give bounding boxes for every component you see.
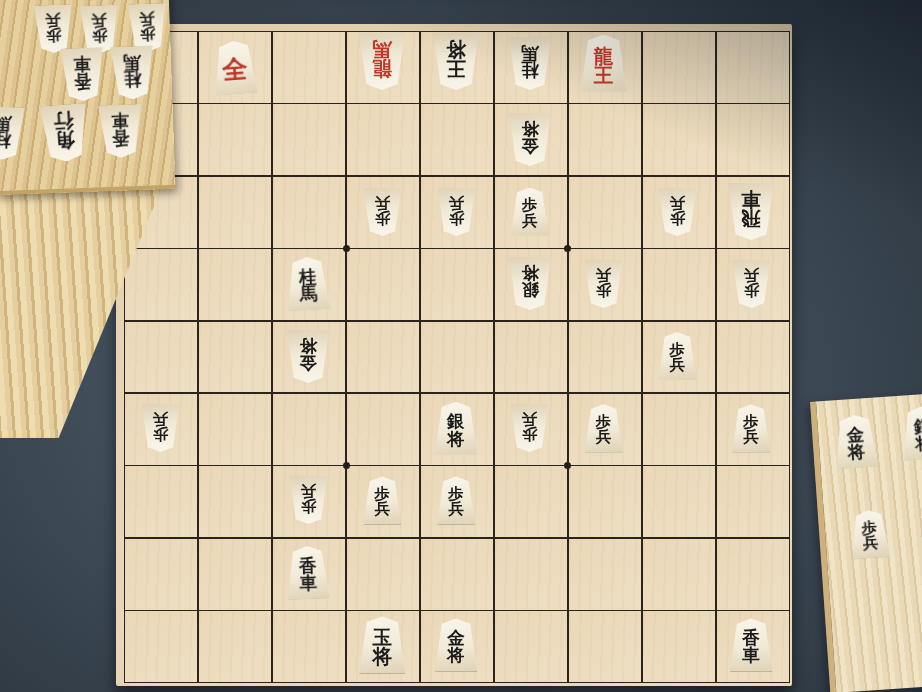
photo-scene: 全龍馬王将桂馬龍王金将歩兵歩兵歩兵歩兵飛車桂馬銀将歩兵歩兵金将歩兵歩兵銀将歩兵歩… [0, 0, 922, 692]
piece-kanji: 兵 [45, 11, 61, 27]
piece-captured-pawn[interactable]: 歩兵 [32, 4, 75, 53]
piece-kanji: 将 [300, 337, 318, 354]
piece-kanji: 王 [446, 59, 466, 78]
cell-85[interactable] [199, 322, 271, 393]
piece-face: 歩兵 [78, 5, 121, 54]
piece-kanji: 車 [73, 55, 91, 73]
piece-captured-pawn[interactable]: 歩兵 [126, 3, 169, 52]
cell-28[interactable] [643, 539, 715, 610]
piece-kanji: 歩 [743, 282, 759, 297]
cell-38[interactable] [569, 539, 641, 610]
piece-captured-lance[interactable]: 香車 [97, 104, 145, 159]
piece-kanji: 兵 [374, 194, 390, 209]
cell-65[interactable] [347, 322, 419, 393]
cell-79[interactable] [273, 611, 345, 682]
piece-kanji: 馬 [372, 40, 392, 59]
cell-95[interactable] [125, 322, 197, 393]
cell-26[interactable] [643, 394, 715, 465]
piece-kanji: 兵 [743, 267, 759, 282]
cell-33[interactable] [569, 177, 641, 248]
piece-kanji: 歩 [301, 498, 317, 513]
cell-49[interactable] [495, 611, 567, 682]
piece-kanji: 兵 [139, 10, 155, 26]
piece-kanji: 馬 [123, 53, 141, 71]
star-point [564, 462, 571, 469]
cell-22[interactable] [643, 104, 715, 175]
piece-captured-bishop[interactable]: 角行 [38, 103, 92, 163]
cell-68[interactable] [347, 539, 419, 610]
piece-captured-pawn[interactable]: 歩兵 [848, 509, 892, 560]
piece-kanji: 兵 [301, 483, 317, 498]
piece-kanji: 兵 [670, 358, 686, 373]
piece-kanji: 兵 [153, 411, 169, 426]
piece-face: 香車 [59, 47, 107, 102]
cell-21[interactable] [643, 32, 715, 103]
cell-76[interactable] [273, 394, 345, 465]
piece-kanji: 銀 [521, 281, 539, 298]
cell-55[interactable] [421, 322, 493, 393]
piece-face: 桂馬 [0, 106, 26, 161]
cell-98[interactable] [125, 539, 197, 610]
cell-45[interactable] [495, 322, 567, 393]
piece-kanji: 車 [741, 190, 761, 209]
piece-kanji: 将 [447, 647, 465, 664]
piece-face: 銀将 [899, 405, 922, 461]
cell-72[interactable] [273, 104, 345, 175]
piece-kanji: 兵 [596, 430, 612, 445]
cell-84[interactable] [199, 249, 271, 320]
piece-kanji: 車 [111, 111, 129, 129]
cell-17[interactable] [717, 466, 789, 537]
cell-29[interactable] [643, 611, 715, 682]
cell-58[interactable] [421, 539, 493, 610]
piece-kanji: 桂 [0, 131, 11, 149]
piece-kanji: 将 [915, 434, 922, 452]
piece-captured-gold[interactable]: 金将 [831, 413, 881, 469]
piece-kanji: 将 [521, 264, 539, 281]
piece-kanji: 兵 [522, 214, 538, 229]
cell-52[interactable] [421, 104, 493, 175]
piece-face: 香車 [97, 104, 145, 159]
cell-24[interactable] [643, 249, 715, 320]
cell-37[interactable] [569, 466, 641, 537]
piece-kanji: 馬 [0, 114, 12, 132]
piece-kanji: 兵 [862, 536, 879, 552]
gote-piece-stand: 歩兵歩兵歩兵香車桂馬桂馬角行香車 [0, 0, 175, 195]
piece-kanji: 金 [300, 354, 318, 371]
piece-kanji: 将 [521, 120, 539, 137]
piece-kanji: 兵 [91, 12, 107, 28]
piece-captured-silver[interactable]: 銀将 [899, 405, 922, 461]
piece-kanji: 兵 [522, 411, 538, 426]
cell-62[interactable] [347, 104, 419, 175]
cell-18[interactable] [717, 539, 789, 610]
piece-face: 歩兵 [848, 509, 892, 560]
piece-kanji: 兵 [670, 194, 686, 209]
piece-face: 角行 [38, 103, 92, 163]
piece-kanji: 桂 [124, 70, 142, 88]
piece-kanji: 兵 [743, 430, 759, 445]
piece-kanji: 馬 [300, 286, 318, 304]
cell-35[interactable] [569, 322, 641, 393]
piece-kanji: 将 [446, 40, 466, 59]
cell-73[interactable] [273, 177, 345, 248]
cell-64[interactable] [347, 249, 419, 320]
cell-48[interactable] [495, 539, 567, 610]
cell-66[interactable] [347, 394, 419, 465]
piece-kanji: 龍 [372, 59, 392, 78]
piece-kanji: 将 [447, 431, 465, 448]
cell-47[interactable] [495, 466, 567, 537]
piece-captured-pawn[interactable]: 歩兵 [78, 5, 121, 54]
cell-71[interactable] [273, 32, 345, 103]
piece-kanji: 王 [594, 66, 614, 85]
cell-39[interactable] [569, 611, 641, 682]
piece-kanji: 歩 [522, 426, 538, 441]
cell-11[interactable] [717, 32, 789, 103]
piece-kanji: 歩 [596, 282, 612, 297]
piece-kanji: 車 [300, 575, 318, 593]
piece-kanji: 将 [847, 443, 866, 461]
cell-54[interactable] [421, 249, 493, 320]
cell-27[interactable] [643, 466, 715, 537]
cell-87[interactable] [199, 466, 271, 537]
cell-97[interactable] [125, 466, 197, 537]
cell-15[interactable] [717, 322, 789, 393]
piece-face: 桂馬 [108, 45, 156, 100]
piece-captured-lance[interactable]: 香車 [59, 47, 107, 102]
piece-face: 歩兵 [32, 4, 75, 53]
cell-32[interactable] [569, 104, 641, 175]
piece-kanji: 金 [521, 137, 539, 154]
piece-kanji: 将 [372, 647, 392, 666]
piece-face: 歩兵 [126, 3, 169, 52]
star-point [343, 245, 350, 252]
piece-kanji: 兵 [596, 267, 612, 282]
cell-83[interactable] [199, 177, 271, 248]
piece-kanji: 行 [53, 111, 74, 131]
cell-94[interactable] [125, 249, 197, 320]
cell-86[interactable] [199, 394, 271, 465]
cell-99[interactable] [125, 611, 197, 682]
piece-kanji: 全 [221, 56, 248, 83]
piece-kanji: 車 [742, 647, 760, 664]
cell-89[interactable] [199, 611, 271, 682]
piece-kanji: 桂 [521, 61, 539, 78]
piece-kanji: 馬 [521, 44, 539, 61]
piece-kanji: 歩 [153, 426, 169, 441]
piece-face: 金将 [831, 413, 881, 469]
piece-captured-knight[interactable]: 桂馬 [108, 45, 156, 100]
shogi-board: 全龍馬王将桂馬龍王金将歩兵歩兵歩兵歩兵飛車桂馬銀将歩兵歩兵金将歩兵歩兵銀将歩兵歩… [116, 24, 792, 686]
star-point [343, 462, 350, 469]
cell-82[interactable] [199, 104, 271, 175]
piece-captured-knight[interactable]: 桂馬 [0, 106, 26, 161]
piece-kanji: 兵 [448, 194, 464, 209]
cell-88[interactable] [199, 539, 271, 610]
piece-kanji: 兵 [374, 502, 390, 517]
piece-kanji: 兵 [448, 502, 464, 517]
piece-kanji: 香 [112, 129, 130, 147]
cell-12[interactable] [717, 104, 789, 175]
piece-kanji: 飛 [741, 209, 761, 228]
piece-kanji: 香 [74, 72, 92, 90]
sente-piece-stand: 金将銀将歩兵 [810, 393, 922, 692]
